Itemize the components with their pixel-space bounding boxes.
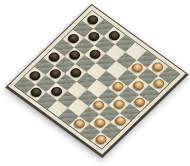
checkers-board xyxy=(5,4,188,158)
board-photo-background xyxy=(0,0,190,166)
board-grid xyxy=(14,10,180,150)
white-checker-piece[interactable] xyxy=(93,133,109,146)
